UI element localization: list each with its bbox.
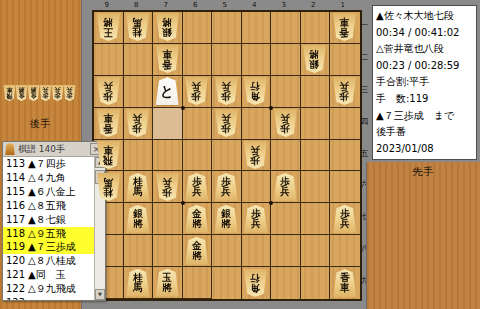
move-row-115[interactable]: 115▲６八金上 <box>3 185 94 199</box>
file-label-3: 3 <box>269 0 299 10</box>
file-label-7: 7 <box>151 0 181 10</box>
square-54[interactable]: 歩兵 <box>212 108 242 140</box>
square-67[interactable]: 金將 <box>183 203 213 235</box>
square-37[interactable] <box>271 203 301 235</box>
game-info-panel: ▲佐々木大地七段00:34 / 00:41:02△菅井竜也八段00:23 / 0… <box>372 5 477 160</box>
file-label-4: 4 <box>240 0 270 10</box>
info-line-8: 後手番 <box>376 124 473 141</box>
hand-piece-飛車[interactable]: 飛車 <box>3 85 16 101</box>
piece-銀將-gote[interactable]: 銀將 <box>155 13 180 41</box>
piece-桂馬-gote[interactable]: 桂馬 <box>125 13 150 41</box>
move-row-118[interactable]: 118△９五飛 <box>3 227 94 241</box>
piece-金將-sente[interactable]: 金將 <box>184 237 209 265</box>
square-12[interactable] <box>330 44 360 76</box>
piece-銀將-sente[interactable]: 銀將 <box>125 205 150 233</box>
move-number: 120 <box>5 254 25 268</box>
move-number: 114 <box>5 171 25 185</box>
square-33[interactable] <box>271 76 301 108</box>
square-14[interactable] <box>330 108 360 140</box>
info-line-5: 手合割:平手 <box>376 74 473 91</box>
info-line-9: 2023/01/08 <box>376 141 473 158</box>
square-58[interactable] <box>212 235 242 267</box>
rank-label-3: 三 <box>359 74 370 106</box>
move-number: 122 <box>5 282 25 296</box>
square-11[interactable]: 香車 <box>330 12 360 44</box>
square-92[interactable] <box>94 44 124 76</box>
file-label-8: 8 <box>122 0 152 10</box>
square-63[interactable]: 歩兵 <box>183 76 213 108</box>
hand-piece-歩兵[interactable]: 歩兵 <box>63 85 76 101</box>
square-53[interactable]: 歩兵 <box>212 76 242 108</box>
square-44[interactable] <box>242 108 272 140</box>
square-79[interactable]: 玉將 <box>153 267 183 299</box>
square-15[interactable] <box>330 140 360 172</box>
square-68[interactable]: 金將 <box>183 235 213 267</box>
piece-銀將-sente[interactable]: 銀將 <box>214 205 239 233</box>
piece-香車-gote[interactable]: 香車 <box>332 13 357 41</box>
square-61[interactable] <box>183 12 213 44</box>
move-row-122[interactable]: 122△９九飛成 <box>3 282 94 296</box>
square-72[interactable]: 香車 <box>153 44 183 76</box>
hoshi-dot <box>269 106 273 110</box>
square-75[interactable] <box>153 140 183 172</box>
square-46[interactable] <box>242 171 272 203</box>
move-text: ▲８七銀 <box>28 214 66 225</box>
hand-piece-歩兵[interactable]: 歩兵 <box>39 85 52 101</box>
move-number: 121 <box>5 268 25 282</box>
square-83[interactable] <box>124 76 154 108</box>
move-row-123[interactable]: 123▲ <box>3 296 94 300</box>
square-17[interactable]: 歩兵 <box>330 203 360 235</box>
square-13[interactable]: 歩兵 <box>330 76 360 108</box>
square-48[interactable] <box>242 235 272 267</box>
move-number: 118 <box>5 227 25 241</box>
square-81[interactable]: 桂馬 <box>124 12 154 44</box>
piece-角行-gote[interactable]: 角行 <box>243 269 268 297</box>
rank-label-2: 二 <box>359 42 370 74</box>
move-number: 119 <box>5 240 25 254</box>
move-text: △９九飛成 <box>28 283 76 294</box>
move-text: ▲７四歩 <box>28 158 66 169</box>
hoshi-dot <box>181 106 185 110</box>
piece-歩兵-gote[interactable]: 歩兵 <box>214 109 239 137</box>
piece-歩兵-sente[interactable]: 歩兵 <box>214 173 239 201</box>
square-65[interactable] <box>183 140 213 172</box>
piece-歩兵-gote[interactable]: 歩兵 <box>273 109 298 137</box>
square-47[interactable]: 歩兵 <box>242 203 272 235</box>
piece-王將-gote[interactable]: 王將 <box>96 13 121 41</box>
square-32[interactable] <box>271 44 301 76</box>
square-51[interactable] <box>212 12 242 44</box>
info-line-1: ▲佐々木大地七段 <box>376 8 473 25</box>
move-text: ▲ <box>28 297 36 300</box>
square-66[interactable]: 歩兵 <box>183 171 213 203</box>
square-22[interactable]: 銀將 <box>301 44 331 76</box>
piece-歩兵-gote[interactable]: 歩兵 <box>243 141 268 169</box>
move-text: ▲６八金上 <box>28 186 76 197</box>
hand-piece-歩兵[interactable]: 歩兵 <box>51 85 64 101</box>
square-19[interactable]: 香車 <box>330 267 360 299</box>
square-16[interactable] <box>330 171 360 203</box>
square-34[interactable]: 歩兵 <box>271 108 301 140</box>
move-text: △４九角 <box>28 172 66 183</box>
square-71[interactable]: 銀將 <box>153 12 183 44</box>
square-57[interactable]: 銀將 <box>212 203 242 235</box>
file-label-2: 2 <box>299 0 329 10</box>
kifu-titlebar[interactable]: 棋譜 140手 × <box>3 142 105 157</box>
file-label-1: 1 <box>328 0 358 10</box>
square-49[interactable]: 角行 <box>242 267 272 299</box>
hand-piece-金將[interactable]: 金將 <box>27 85 40 101</box>
square-59[interactable] <box>212 267 242 299</box>
move-text: △８八桂成 <box>28 255 76 266</box>
square-36[interactable]: 歩兵 <box>271 171 301 203</box>
square-78[interactable] <box>153 235 183 267</box>
kifu-window: 棋譜 140手 × 113▲７四歩114△４九角115▲６八金上116△８五飛1… <box>2 141 106 301</box>
move-list[interactable]: 113▲７四歩114△４九角115▲６八金上116△８五飛117▲８七銀118△… <box>3 157 94 300</box>
info-line-2: 00:34 / 00:41:02 <box>376 25 473 42</box>
piece-歩兵-sente[interactable]: 歩兵 <box>243 205 268 233</box>
square-26[interactable] <box>301 171 331 203</box>
square-64[interactable] <box>183 108 213 140</box>
gote-hand-pieces: 飛車金將金將歩兵歩兵歩兵 <box>3 85 81 101</box>
kifu-title-text: 棋譜 140手 <box>18 143 87 156</box>
square-77[interactable] <box>153 203 183 235</box>
info-line-6: 手 数:119 <box>376 91 473 108</box>
square-18[interactable] <box>330 235 360 267</box>
square-85[interactable] <box>124 140 154 172</box>
square-28[interactable] <box>301 235 331 267</box>
square-56[interactable]: 歩兵 <box>212 171 242 203</box>
square-55[interactable] <box>212 140 242 172</box>
move-row-121[interactable]: 121▲同 玉 <box>3 268 94 282</box>
square-94[interactable]: 香車 <box>94 108 124 140</box>
square-42[interactable] <box>242 44 272 76</box>
rank-label-1: 一 <box>359 10 370 42</box>
move-row-117[interactable]: 117▲８七銀 <box>3 213 94 227</box>
sente-label: 先手 <box>367 165 480 179</box>
move-number: 123 <box>5 296 25 300</box>
piece-と-sente[interactable]: と <box>155 77 180 105</box>
file-label-9: 9 <box>92 0 122 10</box>
info-line-4: 00:23 / 00:28:59 <box>376 58 473 75</box>
move-number: 116 <box>5 199 25 213</box>
square-73[interactable]: と <box>153 76 183 108</box>
square-35[interactable] <box>271 140 301 172</box>
move-row-113[interactable]: 113▲７四歩 <box>3 157 94 171</box>
move-number: 113 <box>5 157 25 171</box>
piece-歩兵-gote[interactable]: 歩兵 <box>155 173 180 201</box>
piece-歩兵-sente[interactable]: 歩兵 <box>332 205 357 233</box>
move-row-119[interactable]: 119▲７三歩成 <box>3 240 94 254</box>
info-line-3: △菅井竜也八段 <box>376 41 473 58</box>
move-text: △９五飛 <box>28 228 66 239</box>
square-29[interactable] <box>301 267 331 299</box>
square-45[interactable]: 歩兵 <box>242 140 272 172</box>
piece-歩兵-sente[interactable]: 歩兵 <box>184 173 209 201</box>
piece-香車-gote[interactable]: 香車 <box>96 109 121 137</box>
move-row-114[interactable]: 114△４九角 <box>3 171 94 185</box>
square-27[interactable] <box>301 203 331 235</box>
move-text: △８五飛 <box>28 200 66 211</box>
square-23[interactable] <box>301 76 331 108</box>
hand-piece-金將[interactable]: 金將 <box>15 85 28 101</box>
move-number: 115 <box>5 185 25 199</box>
piece-角行-gote[interactable]: 角行 <box>243 77 268 105</box>
scroll-down-icon[interactable]: ▼ <box>95 289 105 300</box>
piece-歩兵-gote[interactable]: 歩兵 <box>96 77 121 105</box>
piece-歩兵-sente[interactable]: 歩兵 <box>273 173 298 201</box>
file-coordinates: 987654321 <box>92 0 358 10</box>
square-31[interactable] <box>271 12 301 44</box>
piece-金將-sente[interactable]: 金將 <box>184 205 209 233</box>
square-21[interactable] <box>301 12 331 44</box>
move-row-120[interactable]: 120△８八桂成 <box>3 254 94 268</box>
gote-label: 後手 <box>0 117 81 131</box>
square-84[interactable]: 歩兵 <box>124 108 154 140</box>
piece-玉將-sente[interactable]: 玉將 <box>155 269 180 297</box>
shogi-board[interactable]: 王將桂馬銀將香車香車銀將歩兵と歩兵歩兵角行歩兵香車歩兵歩兵歩兵飛車歩兵桂馬桂馬歩… <box>92 10 362 301</box>
piece-歩兵-gote[interactable]: 歩兵 <box>125 109 150 137</box>
square-39[interactable] <box>271 267 301 299</box>
file-label-5: 5 <box>210 0 240 10</box>
square-74[interactable] <box>153 108 183 140</box>
info-line-7: ▲７三歩成 まで <box>376 108 473 125</box>
piece-桂馬-sente[interactable]: 桂馬 <box>125 173 150 201</box>
move-number: 117 <box>5 213 25 227</box>
square-62[interactable] <box>183 44 213 76</box>
square-86[interactable]: 桂馬 <box>124 171 154 203</box>
square-41[interactable] <box>242 12 272 44</box>
square-38[interactable] <box>271 235 301 267</box>
square-82[interactable] <box>124 44 154 76</box>
move-row-116[interactable]: 116△８五飛 <box>3 199 94 213</box>
square-89[interactable]: 桂馬 <box>124 267 154 299</box>
square-76[interactable]: 歩兵 <box>153 171 183 203</box>
move-text: ▲同 玉 <box>28 269 66 280</box>
hoshi-dot <box>181 201 185 205</box>
square-25[interactable] <box>301 140 331 172</box>
square-52[interactable] <box>212 44 242 76</box>
square-24[interactable] <box>301 108 331 140</box>
piece-歩兵-gote[interactable]: 歩兵 <box>214 77 239 105</box>
square-88[interactable] <box>124 235 154 267</box>
sente-komadai: 先手 <box>366 162 480 309</box>
shogi-piece-icon <box>5 143 15 155</box>
square-87[interactable]: 銀將 <box>124 203 154 235</box>
piece-銀將-gote[interactable]: 銀將 <box>302 45 327 73</box>
square-91[interactable]: 王將 <box>94 12 124 44</box>
file-label-6: 6 <box>181 0 211 10</box>
piece-歩兵-gote[interactable]: 歩兵 <box>332 77 357 105</box>
piece-歩兵-gote[interactable]: 歩兵 <box>184 77 209 105</box>
square-93[interactable]: 歩兵 <box>94 76 124 108</box>
square-43[interactable]: 角行 <box>242 76 272 108</box>
move-text: ▲７三歩成 <box>28 241 76 252</box>
square-69[interactable] <box>183 267 213 299</box>
piece-桂馬-sente[interactable]: 桂馬 <box>125 269 150 297</box>
piece-香車-gote[interactable]: 香車 <box>155 45 180 73</box>
piece-香車-sente[interactable]: 香車 <box>332 269 357 297</box>
rank-label-4: 四 <box>359 106 370 138</box>
